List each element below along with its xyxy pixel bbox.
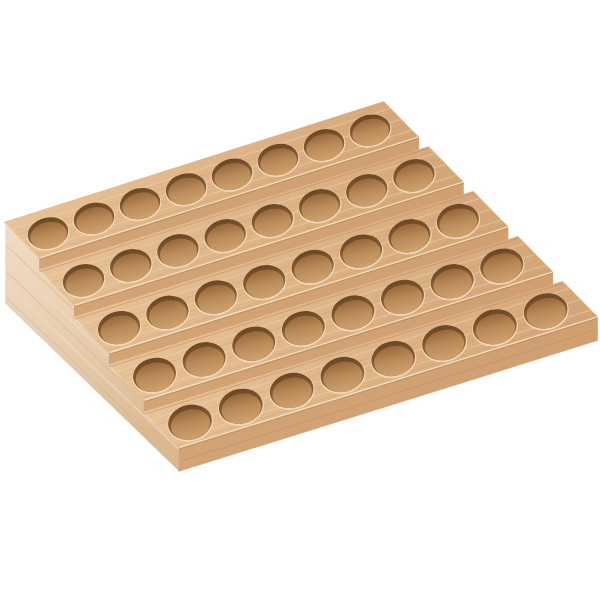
product-photo xyxy=(0,0,600,600)
wooden-tiered-rack xyxy=(0,0,600,600)
